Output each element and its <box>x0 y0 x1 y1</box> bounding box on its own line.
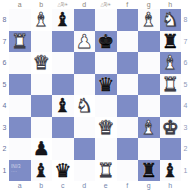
square-h2[interactable] <box>160 138 182 160</box>
rank-label-right-5: 5 <box>181 74 190 96</box>
white-queen[interactable]: ♛ <box>31 52 53 74</box>
black-bishop[interactable]: ♝ <box>52 95 74 117</box>
square-e1[interactable]: ♜ <box>95 160 117 182</box>
square-a3[interactable] <box>9 117 31 139</box>
rank-label-left-4: 4 <box>0 95 9 117</box>
rank-label-left-7: 7 <box>0 31 9 53</box>
square-h1[interactable]: ♝ <box>160 160 182 182</box>
white-bishop[interactable]: ♝ <box>138 9 160 31</box>
square-e2[interactable] <box>95 138 117 160</box>
square-g3[interactable]: ♝ <box>138 117 160 139</box>
square-a8[interactable] <box>9 9 31 31</box>
file-label-bottom-g: g <box>138 181 160 190</box>
square-g5[interactable] <box>138 74 160 96</box>
square-f3[interactable] <box>117 117 139 139</box>
rank-label-right-6: 6 <box>181 52 190 74</box>
square-h4[interactable] <box>160 95 182 117</box>
white-rook[interactable]: ♜ <box>160 74 182 96</box>
square-h3[interactable]: ♚ <box>160 117 182 139</box>
rank-label-left-8: 8 <box>0 9 9 31</box>
square-b3[interactable] <box>31 117 53 139</box>
file-labels-bottom: abcdefgh <box>9 181 181 190</box>
black-queen[interactable]: ♛ <box>52 160 74 182</box>
white-rook[interactable]: ♜ <box>95 160 117 182</box>
white-queen[interactable]: ♛ <box>95 117 117 139</box>
square-b8[interactable]: ♝ <box>31 9 53 31</box>
square-b7[interactable] <box>31 31 53 53</box>
square-f2[interactable] <box>117 138 139 160</box>
square-a6[interactable] <box>9 52 31 74</box>
square-e3[interactable]: ♛ <box>95 117 117 139</box>
square-c1[interactable]: ♛ <box>52 160 74 182</box>
black-queen[interactable]: ♛ <box>95 74 117 96</box>
square-g8[interactable]: ♝ <box>138 9 160 31</box>
file-label-bottom-b: b <box>31 181 53 190</box>
white-bishop[interactable]: ♝ <box>160 52 182 74</box>
square-b1[interactable]: ♝ <box>31 160 53 182</box>
black-king[interactable]: ♚ <box>95 31 117 53</box>
square-a1[interactable] <box>9 160 31 182</box>
square-a7[interactable]: ♜ <box>9 31 31 53</box>
file-label-bottom-a: a <box>9 181 31 190</box>
rank-label-left-5: 5 <box>0 74 9 96</box>
square-e7[interactable]: ♚ <box>95 31 117 53</box>
square-h7[interactable]: ♜ <box>160 31 182 53</box>
white-bishop[interactable]: ♝ <box>31 9 53 31</box>
square-g4[interactable] <box>138 95 160 117</box>
board: ♝♝♝♞♜♟♚♜♛♝♛♜♝♞♛♝♚♟♝♛♜♜♝ <box>9 9 181 181</box>
black-rook[interactable]: ♜ <box>138 160 160 182</box>
file-label-bottom-e: e <box>95 181 117 190</box>
square-a5[interactable] <box>9 74 31 96</box>
square-g7[interactable] <box>138 31 160 53</box>
square-f4[interactable] <box>117 95 139 117</box>
rank-label-right-7: 7 <box>181 31 190 53</box>
white-rook[interactable]: ♜ <box>9 31 31 53</box>
black-pawn[interactable]: ♟ <box>31 138 53 160</box>
square-b2[interactable]: ♟ <box>31 138 53 160</box>
black-bishop[interactable]: ♝ <box>160 160 182 182</box>
square-e5[interactable]: ♛ <box>95 74 117 96</box>
square-c8[interactable]: ♝ <box>52 9 74 31</box>
black-bishop[interactable]: ♝ <box>52 9 74 31</box>
square-b4[interactable] <box>31 95 53 117</box>
rank-label-left-2: 2 <box>0 138 9 160</box>
square-e4[interactable] <box>95 95 117 117</box>
rank-label-left-3: 3 <box>0 117 9 139</box>
square-f6[interactable] <box>117 52 139 74</box>
square-d1[interactable] <box>74 160 96 182</box>
rank-label-right-1: 1 <box>181 160 190 182</box>
file-label-top-d: d <box>74 0 96 9</box>
square-f8[interactable] <box>117 9 139 31</box>
square-d4[interactable]: ♞ <box>74 95 96 117</box>
square-f7[interactable] <box>117 31 139 53</box>
square-h6[interactable]: ♝ <box>160 52 182 74</box>
square-e8[interactable] <box>95 9 117 31</box>
square-d2[interactable] <box>74 138 96 160</box>
square-h5[interactable]: ♜ <box>160 74 182 96</box>
file-label-bottom-c: c <box>52 181 74 190</box>
square-g1[interactable]: ♜ <box>138 160 160 182</box>
square-c4[interactable]: ♝ <box>52 95 74 117</box>
square-a2[interactable] <box>9 138 31 160</box>
square-b6[interactable]: ♛ <box>31 52 53 74</box>
square-d5[interactable] <box>74 74 96 96</box>
rank-label-left-1: 1 <box>0 160 9 182</box>
square-g2[interactable] <box>138 138 160 160</box>
white-pawn[interactable]: ♟ <box>74 31 96 53</box>
rank-label-right-3: 3 <box>181 117 190 139</box>
file-label-top-a: a <box>9 0 31 9</box>
square-f5[interactable] <box>117 74 139 96</box>
square-g6[interactable] <box>138 52 160 74</box>
square-d8[interactable] <box>74 9 96 31</box>
square-c2[interactable] <box>52 138 74 160</box>
square-h8[interactable]: ♞ <box>160 9 182 31</box>
chess-diagram: ab△9)✳d△9)✳fgh 87654321 ♝♝♝♞♜♟♚♜♛♝♛♜♝♞♛♝… <box>0 0 190 190</box>
white-bishop[interactable]: ♝ <box>138 117 160 139</box>
rank-label-right-8: 8 <box>181 9 190 31</box>
square-d6[interactable] <box>74 52 96 74</box>
rank-label-right-2: 2 <box>181 138 190 160</box>
white-knight[interactable]: ♞ <box>160 9 182 31</box>
rank-label-right-4: 4 <box>181 95 190 117</box>
rank-labels-left: 87654321 <box>0 9 9 181</box>
square-f1[interactable] <box>117 160 139 182</box>
black-rook[interactable]: ♜ <box>160 31 182 53</box>
file-label-bottom-d: d <box>74 181 96 190</box>
square-c6[interactable] <box>52 52 74 74</box>
rank-label-left-6: 6 <box>0 52 9 74</box>
rank-labels-right: 87654321 <box>181 9 190 181</box>
white-knight[interactable]: ♞ <box>74 95 96 117</box>
square-c3[interactable] <box>52 117 74 139</box>
file-label-bottom-f: f <box>117 181 139 190</box>
square-d7[interactable]: ♟ <box>74 31 96 53</box>
square-c7[interactable] <box>52 31 74 53</box>
square-a4[interactable] <box>9 95 31 117</box>
square-c5[interactable] <box>52 74 74 96</box>
file-label-artifact: △9)✳ <box>95 0 117 9</box>
white-king[interactable]: ♚ <box>160 117 182 139</box>
file-label-bottom-h: h <box>160 181 182 190</box>
square-e6[interactable] <box>95 52 117 74</box>
square-b5[interactable] <box>31 74 53 96</box>
square-d3[interactable] <box>74 117 96 139</box>
black-bishop[interactable]: ♝ <box>31 160 53 182</box>
file-label-top-f: f <box>117 0 139 9</box>
